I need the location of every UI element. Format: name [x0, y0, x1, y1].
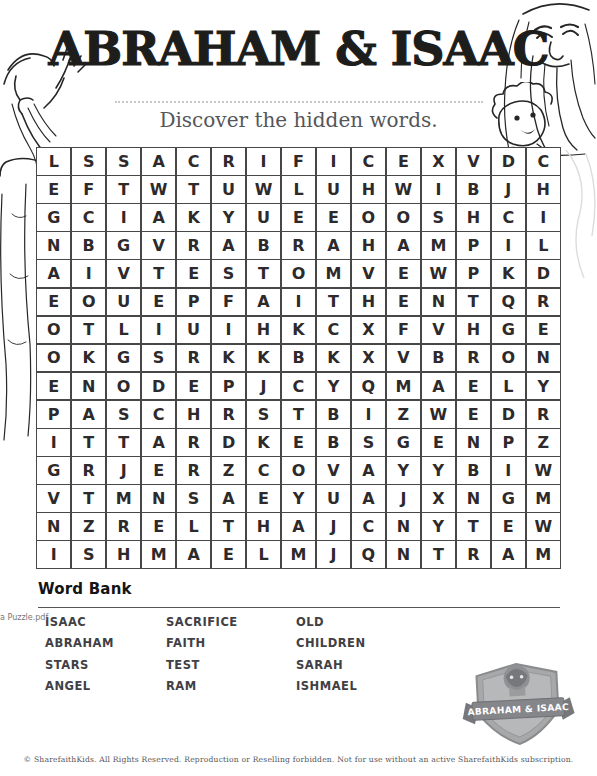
grid-cell-r3c13[interactable]: H [457, 204, 490, 231]
grid-cell-r12c2[interactable]: R [72, 457, 105, 484]
grid-cell-r13c15[interactable]: M [527, 485, 560, 512]
word-bank-item-abraham: ABRAHAM [45, 633, 114, 654]
grid-cell-r2c9[interactable]: U [317, 176, 350, 203]
grid-cell-r9c10[interactable]: Q [352, 373, 385, 400]
grid-cell-r3c5[interactable]: K [177, 204, 210, 231]
grid-cell-r13c1[interactable]: V [37, 485, 70, 512]
grid-cell-r3c3[interactable]: I [107, 204, 140, 231]
grid-cell-r15c8[interactable]: M [282, 541, 315, 568]
grid-cell-r11c14[interactable]: P [492, 429, 525, 456]
grid-cell-r1c9[interactable]: I [317, 148, 350, 175]
grid-cell-r11c15[interactable]: Z [527, 429, 560, 456]
grid-cell-r10c8[interactable]: T [282, 401, 315, 428]
grid-cell-r15c6[interactable]: E [212, 541, 245, 568]
grid-cell-r14c6[interactable]: T [212, 513, 245, 540]
worksheet-page: ABRAHAM & ISAAC Discover the hidden word… [0, 0, 597, 776]
grid-cell-r10c14[interactable]: D [492, 401, 525, 428]
grid-cell-r8c6[interactable]: K [212, 345, 245, 372]
grid-cell-r13c9[interactable]: U [317, 485, 350, 512]
grid-cell-r12c10[interactable]: A [352, 457, 385, 484]
grid-cell-r10c6[interactable]: R [212, 401, 245, 428]
grid-cell-r11c10[interactable]: S [352, 429, 385, 456]
grid-cell-r12c15[interactable]: W [527, 457, 560, 484]
grid-cell-r5c8[interactable]: O [282, 260, 315, 287]
grid-cell-r1c4[interactable]: A [142, 148, 175, 175]
grid-cell-r4c9[interactable]: A [317, 232, 350, 259]
grid-cell-r1c15[interactable]: C [527, 148, 560, 175]
grid-cell-r7c4[interactable]: I [142, 317, 175, 344]
grid-cell-r14c1[interactable]: N [37, 513, 70, 540]
grid-cell-r3c8[interactable]: E [282, 204, 315, 231]
grid-cell-r12c7[interactable]: C [247, 457, 280, 484]
grid-cell-r1c11[interactable]: E [387, 148, 420, 175]
word-bank-item-isaac: ISAAC [45, 612, 114, 633]
grid-cell-r8c4[interactable]: S [142, 345, 175, 372]
grid-cell-r1c1[interactable]: L [37, 148, 70, 175]
grid-cell-r6c5[interactable]: P [177, 289, 210, 316]
grid-cell-r3c10[interactable]: O [352, 204, 385, 231]
word-bank-item-ishmael: ISHMAEL [296, 676, 366, 697]
grid-cell-r2c14[interactable]: J [492, 176, 525, 203]
grid-cell-r11c11[interactable]: G [387, 429, 420, 456]
word-bank-column-3: OLD CHILDREN SARAH ISHMAEL [296, 612, 366, 698]
grid-cell-r6c9[interactable]: T [317, 289, 350, 316]
grid-cell-r1c12[interactable]: X [422, 148, 455, 175]
grid-cell-r4c2[interactable]: B [72, 232, 105, 259]
grid-cell-r12c5[interactable]: R [177, 457, 210, 484]
grid-cell-r12c14[interactable]: I [492, 457, 525, 484]
grid-cell-r12c6[interactable]: Z [212, 457, 245, 484]
grid-cell-r9c3[interactable]: O [107, 373, 140, 400]
grid-cell-r7c5[interactable]: U [177, 317, 210, 344]
grid-cell-r15c11[interactable]: N [387, 541, 420, 568]
grid-cell-r12c12[interactable]: Y [422, 457, 455, 484]
word-bank-item-sacrifice: SACRIFICE [166, 612, 238, 633]
grid-cell-r12c4[interactable]: E [142, 457, 175, 484]
grid-cell-r13c12[interactable]: X [422, 485, 455, 512]
grid-cell-r15c1[interactable]: I [37, 541, 70, 568]
grid-cell-r11c1[interactable]: I [37, 429, 70, 456]
grid-cell-r3c14[interactable]: C [492, 204, 525, 231]
word-bank-item-angel: ANGEL [45, 676, 114, 697]
grid-cell-r7c14[interactable]: G [492, 317, 525, 344]
grid-cell-r10c9[interactable]: B [317, 401, 350, 428]
grid-cell-r8c12[interactable]: B [422, 345, 455, 372]
word-bank-column-2: SACRIFICE FAITH TEST RAM [166, 612, 238, 698]
grid-cell-r3c7[interactable]: U [247, 204, 280, 231]
grid-cell-r10c12[interactable]: W [422, 401, 455, 428]
grid-cell-r3c11[interactable]: O [387, 204, 420, 231]
grid-cell-r5c14[interactable]: K [492, 260, 525, 287]
robe-sketch-lines [556, 150, 597, 280]
grid-cell-r13c8[interactable]: Y [282, 485, 315, 512]
grid-cell-r13c3[interactable]: M [107, 485, 140, 512]
grid-cell-r6c10[interactable]: H [352, 289, 385, 316]
grid-cell-r15c13[interactable]: R [457, 541, 490, 568]
grid-cell-r7c9[interactable]: C [317, 317, 350, 344]
grid-cell-r8c10[interactable]: X [352, 345, 385, 372]
grid-cell-r5c3[interactable]: V [107, 260, 140, 287]
grid-cell-r14c3[interactable]: R [107, 513, 140, 540]
grid-cell-r10c2[interactable]: A [72, 401, 105, 428]
grid-cell-r4c5[interactable]: R [177, 232, 210, 259]
page-title: ABRAHAM & ISAAC [0, 22, 597, 76]
grid-cell-r5c2[interactable]: I [72, 260, 105, 287]
grid-cell-r6c15[interactable]: R [527, 289, 560, 316]
grid-cell-r6c1[interactable]: E [37, 289, 70, 316]
grid-cell-r15c15[interactable]: M [527, 541, 560, 568]
grid-cell-r14c5[interactable]: L [177, 513, 210, 540]
grid-cell-r5c10[interactable]: V [352, 260, 385, 287]
grid-cell-r12c11[interactable]: Y [387, 457, 420, 484]
grid-cell-r10c1[interactable]: P [37, 401, 70, 428]
grid-cell-r11c6[interactable]: D [212, 429, 245, 456]
grid-cell-r10c5[interactable]: H [177, 401, 210, 428]
grid-cell-r10c15[interactable]: R [527, 401, 560, 428]
word-bank-divider [38, 607, 560, 608]
grid-cell-r3c12[interactable]: S [422, 204, 455, 231]
grid-cell-r9c1[interactable]: E [37, 373, 70, 400]
grid-cell-r2c3[interactable]: T [107, 176, 140, 203]
grid-cell-r1c6[interactable]: R [212, 148, 245, 175]
grid-cell-r12c8[interactable]: O [282, 457, 315, 484]
grid-cell-r7c10[interactable]: X [352, 317, 385, 344]
grid-cell-r12c1[interactable]: G [37, 457, 70, 484]
grid-cell-r11c12[interactable]: E [422, 429, 455, 456]
grid-cell-r2c1[interactable]: E [37, 176, 70, 203]
copyright-text: © SharefaithKids. All Rights Reserved. R… [0, 755, 597, 764]
grid-cell-r8c15[interactable]: N [527, 345, 560, 372]
word-bank-item-sarah: SARAH [296, 655, 366, 676]
grid-cell-r8c2[interactable]: K [72, 345, 105, 372]
grid-cell-r5c1[interactable]: A [37, 260, 70, 287]
grid-cell-r5c9[interactable]: M [317, 260, 350, 287]
grid-cell-r2c12[interactable]: I [422, 176, 455, 203]
grid-cell-r4c4[interactable]: V [142, 232, 175, 259]
grid-cell-r13c11[interactable]: J [387, 485, 420, 512]
grid-cell-r7c15[interactable]: E [527, 317, 560, 344]
grid-cell-r5c15[interactable]: D [527, 260, 560, 287]
grid-cell-r8c9[interactable]: K [317, 345, 350, 372]
grid-cell-r2c2[interactable]: F [72, 176, 105, 203]
grid-cell-r3c2[interactable]: C [72, 204, 105, 231]
grid-cell-r1c7[interactable]: I [247, 148, 280, 175]
grid-cell-r14c8[interactable]: A [282, 513, 315, 540]
grid-cell-r14c14[interactable]: E [492, 513, 525, 540]
grid-cell-r6c2[interactable]: O [72, 289, 105, 316]
grid-cell-r3c6[interactable]: Y [212, 204, 245, 231]
grid-cell-r6c3[interactable]: U [107, 289, 140, 316]
grid-cell-r13c10[interactable]: A [352, 485, 385, 512]
dotted-divider [115, 101, 483, 103]
grid-cell-r13c7[interactable]: E [247, 485, 280, 512]
grid-cell-r12c13[interactable]: B [457, 457, 490, 484]
grid-cell-r5c13[interactable]: P [457, 260, 490, 287]
grid-cell-r4c13[interactable]: P [457, 232, 490, 259]
grid-cell-r15c14[interactable]: A [492, 541, 525, 568]
grid-cell-r7c1[interactable]: O [37, 317, 70, 344]
grid-cell-r8c5[interactable]: R [177, 345, 210, 372]
word-bank-column-1: ISAAC ABRAHAM STARS ANGEL [45, 612, 114, 698]
grid-cell-r10c3[interactable]: S [107, 401, 140, 428]
grid-cell-r11c7[interactable]: K [247, 429, 280, 456]
grid-cell-r9c11[interactable]: M [387, 373, 420, 400]
grid-cell-r4c14[interactable]: I [492, 232, 525, 259]
grid-cell-r13c4[interactable]: N [142, 485, 175, 512]
grid-cell-r11c4[interactable]: A [142, 429, 175, 456]
grid-cell-r5c4[interactable]: T [142, 260, 175, 287]
grid-cell-r10c4[interactable]: C [142, 401, 175, 428]
grid-cell-r8c8[interactable]: B [282, 345, 315, 372]
grid-cell-r1c14[interactable]: D [492, 148, 525, 175]
grid-cell-r4c12[interactable]: M [422, 232, 455, 259]
grid-cell-r6c8[interactable]: I [282, 289, 315, 316]
grid-cell-r10c11[interactable]: Z [387, 401, 420, 428]
grid-cell-r7c3[interactable]: L [107, 317, 140, 344]
grid-cell-r7c12[interactable]: V [422, 317, 455, 344]
grid-cell-r12c9[interactable]: V [317, 457, 350, 484]
grid-cell-r4c15[interactable]: L [527, 232, 560, 259]
grid-cell-r2c4[interactable]: W [142, 176, 175, 203]
grid-cell-r8c7[interactable]: K [247, 345, 280, 372]
grid-cell-r8c11[interactable]: V [387, 345, 420, 372]
grid-cell-r11c9[interactable]: B [317, 429, 350, 456]
grid-cell-r14c10[interactable]: C [352, 513, 385, 540]
grid-cell-r14c13[interactable]: T [457, 513, 490, 540]
grid-cell-r1c2[interactable]: S [72, 148, 105, 175]
grid-cell-r2c13[interactable]: B [457, 176, 490, 203]
word-bank-item-faith: FAITH [166, 633, 238, 654]
grid-cell-r6c12[interactable]: N [422, 289, 455, 316]
grid-cell-r4c3[interactable]: G [107, 232, 140, 259]
word-bank-item-test: TEST [166, 655, 238, 676]
grid-cell-r7c7[interactable]: H [247, 317, 280, 344]
grid-cell-r9c14[interactable]: L [492, 373, 525, 400]
grid-cell-r2c10[interactable]: H [352, 176, 385, 203]
grid-cell-r9c12[interactable]: A [422, 373, 455, 400]
grid-cell-r10c7[interactable]: S [247, 401, 280, 428]
page-subtitle: Discover the hidden words. [0, 108, 597, 132]
grid-cell-r15c7[interactable]: L [247, 541, 280, 568]
grid-cell-r14c2[interactable]: Z [72, 513, 105, 540]
grid-cell-r8c14[interactable]: O [492, 345, 525, 372]
grid-cell-r15c12[interactable]: T [422, 541, 455, 568]
grid-cell-r2c7[interactable]: W [247, 176, 280, 203]
grid-cell-r10c13[interactable]: E [457, 401, 490, 428]
grid-cell-r14c12[interactable]: Y [422, 513, 455, 540]
sharefaith-badge: ABRAHAM & ISAAC [460, 656, 576, 756]
grid-cell-r13c13[interactable]: N [457, 485, 490, 512]
partial-filename-text: a Puzzle.pdf [0, 613, 48, 622]
grid-cell-r14c9[interactable]: J [317, 513, 350, 540]
grid-cell-r6c11[interactable]: E [387, 289, 420, 316]
grid-cell-r7c13[interactable]: H [457, 317, 490, 344]
grid-cell-r8c1[interactable]: O [37, 345, 70, 372]
grid-cell-r2c11[interactable]: W [387, 176, 420, 203]
word-bank-item-stars: STARS [45, 655, 114, 676]
word-bank-item-old: OLD [296, 612, 366, 633]
grid-cell-r15c2[interactable]: S [72, 541, 105, 568]
grid-cell-r11c2[interactable]: T [72, 429, 105, 456]
grid-cell-r14c4[interactable]: E [142, 513, 175, 540]
grid-cell-r9c2[interactable]: N [72, 373, 105, 400]
grid-cell-r2c15[interactable]: H [527, 176, 560, 203]
grid-cell-r9c15[interactable]: Y [527, 373, 560, 400]
grid-cell-r2c6[interactable]: U [212, 176, 245, 203]
grid-cell-r15c3[interactable]: H [107, 541, 140, 568]
grid-cell-r15c4[interactable]: M [142, 541, 175, 568]
grid-cell-r13c6[interactable]: A [212, 485, 245, 512]
grid-cell-r4c1[interactable]: N [37, 232, 70, 259]
grid-cell-r7c2[interactable]: T [72, 317, 105, 344]
grid-cell-r15c5[interactable]: A [177, 541, 210, 568]
grid-cell-r9c4[interactable]: D [142, 373, 175, 400]
grid-cell-r3c15[interactable]: I [527, 204, 560, 231]
grid-cell-r13c2[interactable]: T [72, 485, 105, 512]
grid-cell-r7c8[interactable]: K [282, 317, 315, 344]
grid-cell-r6c13[interactable]: T [457, 289, 490, 316]
word-grid: LSSACRIFICEXVDCEFTWTUWLUHWIBJHGCIAKYUEEO… [36, 147, 561, 569]
grid-cell-r8c13[interactable]: R [457, 345, 490, 372]
grid-cell-r14c7[interactable]: H [247, 513, 280, 540]
grid-cell-r14c15[interactable]: W [527, 513, 560, 540]
grid-cell-r4c10[interactable]: H [352, 232, 385, 259]
grid-cell-r1c13[interactable]: V [457, 148, 490, 175]
word-bank-heading: Word Bank [38, 580, 132, 598]
word-bank-item-children: CHILDREN [296, 633, 366, 654]
grid-cell-r12c3[interactable]: J [107, 457, 140, 484]
grid-cell-r13c5[interactable]: S [177, 485, 210, 512]
grid-cell-r5c6[interactable]: S [212, 260, 245, 287]
grid-cell-r6c6[interactable]: F [212, 289, 245, 316]
grid-cell-r5c12[interactable]: W [422, 260, 455, 287]
grid-cell-r5c7[interactable]: T [247, 260, 280, 287]
grid-cell-r2c5[interactable]: T [177, 176, 210, 203]
grid-cell-r8c3[interactable]: G [107, 345, 140, 372]
grid-cell-r9c5[interactable]: E [177, 373, 210, 400]
grid-cell-r7c6[interactable]: I [212, 317, 245, 344]
grid-cell-r2c8[interactable]: L [282, 176, 315, 203]
grid-cell-r4c11[interactable]: A [387, 232, 420, 259]
grid-cell-r1c5[interactable]: C [177, 148, 210, 175]
grid-cell-r11c5[interactable]: R [177, 429, 210, 456]
grid-cell-r9c8[interactable]: C [282, 373, 315, 400]
grid-cell-r5c11[interactable]: E [387, 260, 420, 287]
grid-cell-r9c9[interactable]: Y [317, 373, 350, 400]
grid-cell-r3c4[interactable]: A [142, 204, 175, 231]
grid-cell-r3c9[interactable]: E [317, 204, 350, 231]
grid-cell-r1c10[interactable]: C [352, 148, 385, 175]
grid-cell-r15c10[interactable]: Q [352, 541, 385, 568]
grid-cell-r13c14[interactable]: G [492, 485, 525, 512]
grid-cell-r1c8[interactable]: F [282, 148, 315, 175]
grid-cell-r11c13[interactable]: N [457, 429, 490, 456]
grid-cell-r4c7[interactable]: B [247, 232, 280, 259]
grid-cell-r3c1[interactable]: G [37, 204, 70, 231]
grid-cell-r5c5[interactable]: E [177, 260, 210, 287]
grid-cell-r14c11[interactable]: N [387, 513, 420, 540]
grid-cell-r10c10[interactable]: I [352, 401, 385, 428]
grid-cell-r15c9[interactable]: J [317, 541, 350, 568]
grid-cell-r6c7[interactable]: A [247, 289, 280, 316]
grid-cell-r11c8[interactable]: E [282, 429, 315, 456]
grid-cell-r1c3[interactable]: S [107, 148, 140, 175]
grid-cell-r4c8[interactable]: R [282, 232, 315, 259]
grid-cell-r6c14[interactable]: Q [492, 289, 525, 316]
grid-cell-r4c6[interactable]: A [212, 232, 245, 259]
word-bank-item-ram: RAM [166, 676, 238, 697]
grid-cell-r9c7[interactable]: J [247, 373, 280, 400]
grid-cell-r11c3[interactable]: T [107, 429, 140, 456]
grid-cell-r9c13[interactable]: E [457, 373, 490, 400]
grid-cell-r9c6[interactable]: P [212, 373, 245, 400]
grid-cell-r6c4[interactable]: E [142, 289, 175, 316]
grid-cell-r7c11[interactable]: F [387, 317, 420, 344]
